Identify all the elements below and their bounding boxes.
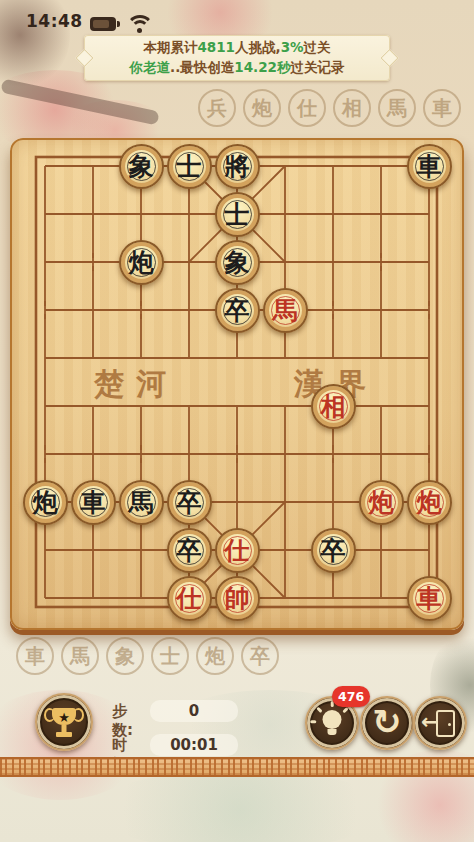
restart-button[interactable]: ↻ xyxy=(360,696,414,750)
piece-black-卒[interactable]: 卒 xyxy=(167,480,212,525)
piece-red-帥[interactable]: 帥 xyxy=(215,576,260,621)
piece-black-士[interactable]: 士 xyxy=(215,192,260,237)
time-value: 00:01 xyxy=(150,734,238,756)
piece-red-炮[interactable]: 炮 xyxy=(359,480,404,525)
piece-black-卒[interactable]: 卒 xyxy=(167,528,212,573)
captured-piece-相: 相 xyxy=(333,89,371,127)
trophy-icon: ★ xyxy=(52,708,76,725)
banner-line-2: 你老道..最快创造14.22秒过关记录 xyxy=(84,59,390,77)
steps-label: 步数: xyxy=(112,702,133,740)
piece-red-炮[interactable]: 炮 xyxy=(407,480,452,525)
piece-black-將[interactable]: 將 xyxy=(215,144,260,189)
branch-decoration xyxy=(0,79,159,126)
battery-icon xyxy=(90,17,116,31)
stats-banner: 本期累计4811人挑战,3%过关 你老道..最快创造14.22秒过关记录 xyxy=(84,35,390,81)
captured-piece-士: 士 xyxy=(151,637,189,675)
piece-red-相[interactable]: 相 xyxy=(311,384,356,429)
banner-text-segment: 过关 xyxy=(304,39,331,55)
app-screen: 14:48 本期累计4811人挑战,3%过关 你老道..最快创造14.22秒过关… xyxy=(0,0,474,842)
fret-border-decoration xyxy=(0,757,474,777)
piece-black-炮[interactable]: 炮 xyxy=(23,480,68,525)
exit-arrow-icon: ← xyxy=(421,710,439,734)
captured-piece-炮: 炮 xyxy=(243,89,281,127)
piece-black-卒[interactable]: 卒 xyxy=(311,528,356,573)
trophy-button[interactable]: ★ xyxy=(35,693,93,751)
steps-value: 0 xyxy=(150,700,238,722)
captured-piece-馬: 馬 xyxy=(61,637,99,675)
banner-text-segment: 你老道 xyxy=(130,59,171,75)
xiangqi-board[interactable]: 楚河 漢界 象士將車士炮象卒馬相炮車馬卒炮炮卒仕卒仕帥車 xyxy=(10,138,464,630)
piece-black-車[interactable]: 車 xyxy=(407,144,452,189)
piece-red-車[interactable]: 車 xyxy=(407,576,452,621)
status-bar: 14:48 xyxy=(0,0,474,34)
captured-piece-車: 車 xyxy=(423,89,461,127)
wifi-icon xyxy=(126,13,152,33)
captured-tray-bottom: 車馬象士炮卒 xyxy=(16,637,279,675)
banner-text-segment: 过关记录 xyxy=(290,59,344,75)
captured-piece-兵: 兵 xyxy=(198,89,236,127)
captured-piece-車: 車 xyxy=(16,637,54,675)
hint-count-badge: 476 xyxy=(332,686,370,707)
piece-black-炮[interactable]: 炮 xyxy=(119,240,164,285)
captured-piece-炮: 炮 xyxy=(196,637,234,675)
piece-red-仕[interactable]: 仕 xyxy=(167,576,212,621)
piece-black-車[interactable]: 車 xyxy=(71,480,116,525)
piece-black-馬[interactable]: 馬 xyxy=(119,480,164,525)
banner-text-segment: 本期累计 xyxy=(143,39,197,55)
banner-text-segment: 4811 xyxy=(197,39,235,55)
captured-piece-仕: 仕 xyxy=(288,89,326,127)
banner-text-segment: 3% xyxy=(281,39,304,55)
exit-button[interactable]: ← xyxy=(413,696,467,750)
piece-black-卒[interactable]: 卒 xyxy=(215,288,260,333)
refresh-icon: ↻ xyxy=(362,698,412,748)
exit-door-icon xyxy=(436,710,455,737)
captured-piece-馬: 馬 xyxy=(378,89,416,127)
captured-piece-象: 象 xyxy=(106,637,144,675)
banner-text-segment: ..最快创造 xyxy=(170,59,234,75)
piece-red-仕[interactable]: 仕 xyxy=(215,528,260,573)
clock-text: 14:48 xyxy=(26,11,83,31)
banner-line-1: 本期累计4811人挑战,3%过关 xyxy=(84,39,390,57)
captured-tray-top: 兵炮仕相馬車 xyxy=(198,89,461,127)
piece-black-象[interactable]: 象 xyxy=(119,144,164,189)
piece-black-象[interactable]: 象 xyxy=(215,240,260,285)
banner-text-segment: 人挑战, xyxy=(235,39,281,55)
piece-red-馬[interactable]: 馬 xyxy=(263,288,308,333)
banner-text-segment: 14.22秒 xyxy=(234,59,290,75)
piece-black-士[interactable]: 士 xyxy=(167,144,212,189)
captured-piece-卒: 卒 xyxy=(241,637,279,675)
mist-decoration xyxy=(90,770,390,842)
river-label-left: 楚河 xyxy=(94,364,178,405)
